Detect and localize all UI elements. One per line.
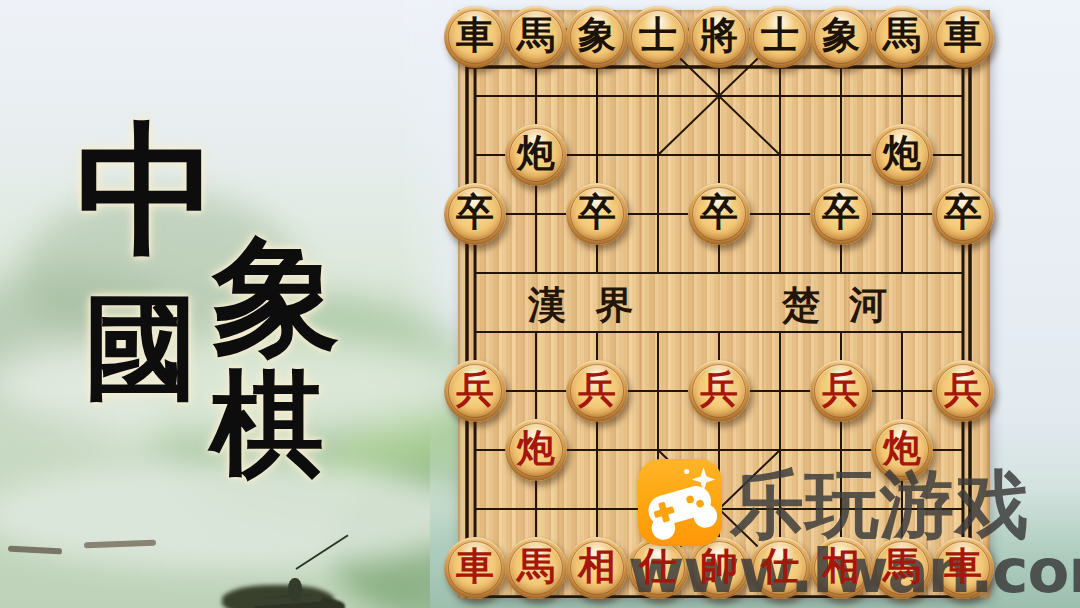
title-char-zhong: 中: [76, 118, 218, 260]
piece-red-仕[interactable]: 仕: [627, 537, 689, 599]
piece-black-卒[interactable]: 卒: [566, 183, 628, 245]
title-char-guo: 國: [84, 290, 198, 404]
piece-black-將[interactable]: 將: [688, 6, 750, 68]
piece-label: 象: [566, 6, 628, 68]
piece-label: 象: [810, 6, 872, 68]
lewan-app-icon: [638, 459, 722, 546]
piece-red-炮[interactable]: 炮: [871, 419, 933, 481]
piece-label: 兵: [566, 360, 628, 422]
piece-label: 卒: [688, 183, 750, 245]
piece-label: 將: [688, 6, 750, 68]
piece-black-炮[interactable]: 炮: [505, 124, 567, 186]
piece-label: 車: [932, 6, 994, 68]
fisherman-silhouette: [288, 578, 302, 602]
piece-black-車[interactable]: 車: [932, 6, 994, 68]
piece-label: 炮: [871, 124, 933, 186]
piece-label: 馬: [505, 537, 567, 599]
piece-label: 相: [566, 537, 628, 599]
piece-black-象[interactable]: 象: [566, 6, 628, 68]
screenshot-stage: 中 國 象 棋 漢 界 楚 河 車馬象士將士象馬車: [0, 0, 1080, 608]
piece-label: 兵: [688, 360, 750, 422]
piece-black-炮[interactable]: 炮: [871, 124, 933, 186]
piece-label: 馬: [871, 537, 933, 599]
piece-black-車[interactable]: 車: [444, 6, 506, 68]
piece-black-士[interactable]: 士: [627, 6, 689, 68]
piece-label: 士: [749, 6, 811, 68]
piece-label: 相: [810, 537, 872, 599]
piece-label: 兵: [932, 360, 994, 422]
piece-red-相[interactable]: 相: [810, 537, 872, 599]
piece-label: 卒: [932, 183, 994, 245]
piece-black-象[interactable]: 象: [810, 6, 872, 68]
piece-label: 馬: [505, 6, 567, 68]
piece-red-炮[interactable]: 炮: [505, 419, 567, 481]
piece-red-兵[interactable]: 兵: [566, 360, 628, 422]
piece-label: 仕: [749, 537, 811, 599]
piece-label: 馬: [871, 6, 933, 68]
piece-label: 車: [932, 537, 994, 599]
piece-label: 炮: [505, 419, 567, 481]
piece-red-仕[interactable]: 仕: [749, 537, 811, 599]
piece-label: 卒: [810, 183, 872, 245]
piece-label: 卒: [566, 183, 628, 245]
piece-red-馬[interactable]: 馬: [871, 537, 933, 599]
piece-red-車[interactable]: 車: [444, 537, 506, 599]
piece-red-兵[interactable]: 兵: [444, 360, 506, 422]
piece-black-士[interactable]: 士: [749, 6, 811, 68]
piece-black-卒[interactable]: 卒: [932, 183, 994, 245]
piece-black-卒[interactable]: 卒: [688, 183, 750, 245]
piece-red-馬[interactable]: 馬: [505, 537, 567, 599]
piece-red-車[interactable]: 車: [932, 537, 994, 599]
piece-label: 帥: [688, 537, 750, 599]
river-label-hanjie: 漢 界: [528, 278, 641, 332]
piece-red-兵[interactable]: 兵: [810, 360, 872, 422]
piece-label: 炮: [871, 419, 933, 481]
piece-label: 車: [444, 6, 506, 68]
piece-label: 兵: [444, 360, 506, 422]
piece-black-卒[interactable]: 卒: [810, 183, 872, 245]
piece-label: 仕: [627, 537, 689, 599]
piece-red-帥[interactable]: 帥: [688, 537, 750, 599]
piece-red-兵[interactable]: 兵: [932, 360, 994, 422]
piece-red-相[interactable]: 相: [566, 537, 628, 599]
piece-label: 車: [444, 537, 506, 599]
piece-black-卒[interactable]: 卒: [444, 183, 506, 245]
piece-label: 兵: [810, 360, 872, 422]
river-label-chuhe: 楚 河: [782, 278, 895, 332]
piece-label: 炮: [505, 124, 567, 186]
title-char-qi: 棋: [210, 366, 324, 480]
piece-black-馬[interactable]: 馬: [871, 6, 933, 68]
piece-red-兵[interactable]: 兵: [688, 360, 750, 422]
title-char-xiang: 象: [212, 232, 340, 360]
gamepad-icon: [638, 459, 722, 546]
piece-label: 卒: [444, 183, 506, 245]
piece-label: 士: [627, 6, 689, 68]
piece-black-馬[interactable]: 馬: [505, 6, 567, 68]
